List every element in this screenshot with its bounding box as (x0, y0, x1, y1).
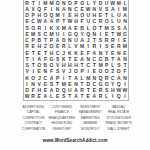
word-list-column-3: INVESTMENTMANAGEMENTMARKETINGMEMBERMONOP… (77, 104, 104, 132)
word-list: ADVERTISINGCAPITALCOMPETITIONCONTRACTCOR… (20, 104, 132, 132)
puzzle-page: RTIMMONOPOLYDUWMLAXQFINANCEWNVSAIMDPHOQM… (0, 0, 150, 150)
site-url: www.WordSearchAddict.com (0, 138, 150, 143)
word-list-column-2: CUSTOMERSFINANCEHEADQUARTERSHEDGE FUNDIN… (48, 104, 75, 132)
word-list-item: CORPORATION (20, 126, 47, 132)
word-list-item: MONOPOLY (77, 126, 104, 132)
grid-cell-r16c17[interactable]: I (122, 94, 128, 100)
word-list-item: WALL STREET (105, 126, 132, 132)
word-search-grid: RTIMMONOPOLYDUWMLAXQFINANCEWNVSAIMDPHOQM… (23, 0, 129, 101)
word-list-column-4: NASDAQREAL ESTATESTOCKHOLDERTRADE SECRET… (105, 104, 132, 132)
word-list-column-1: ADVERTISINGCAPITALCOMPETITIONCONTRACTCOR… (20, 104, 47, 132)
word-list-item: INVENTORY (48, 126, 75, 132)
